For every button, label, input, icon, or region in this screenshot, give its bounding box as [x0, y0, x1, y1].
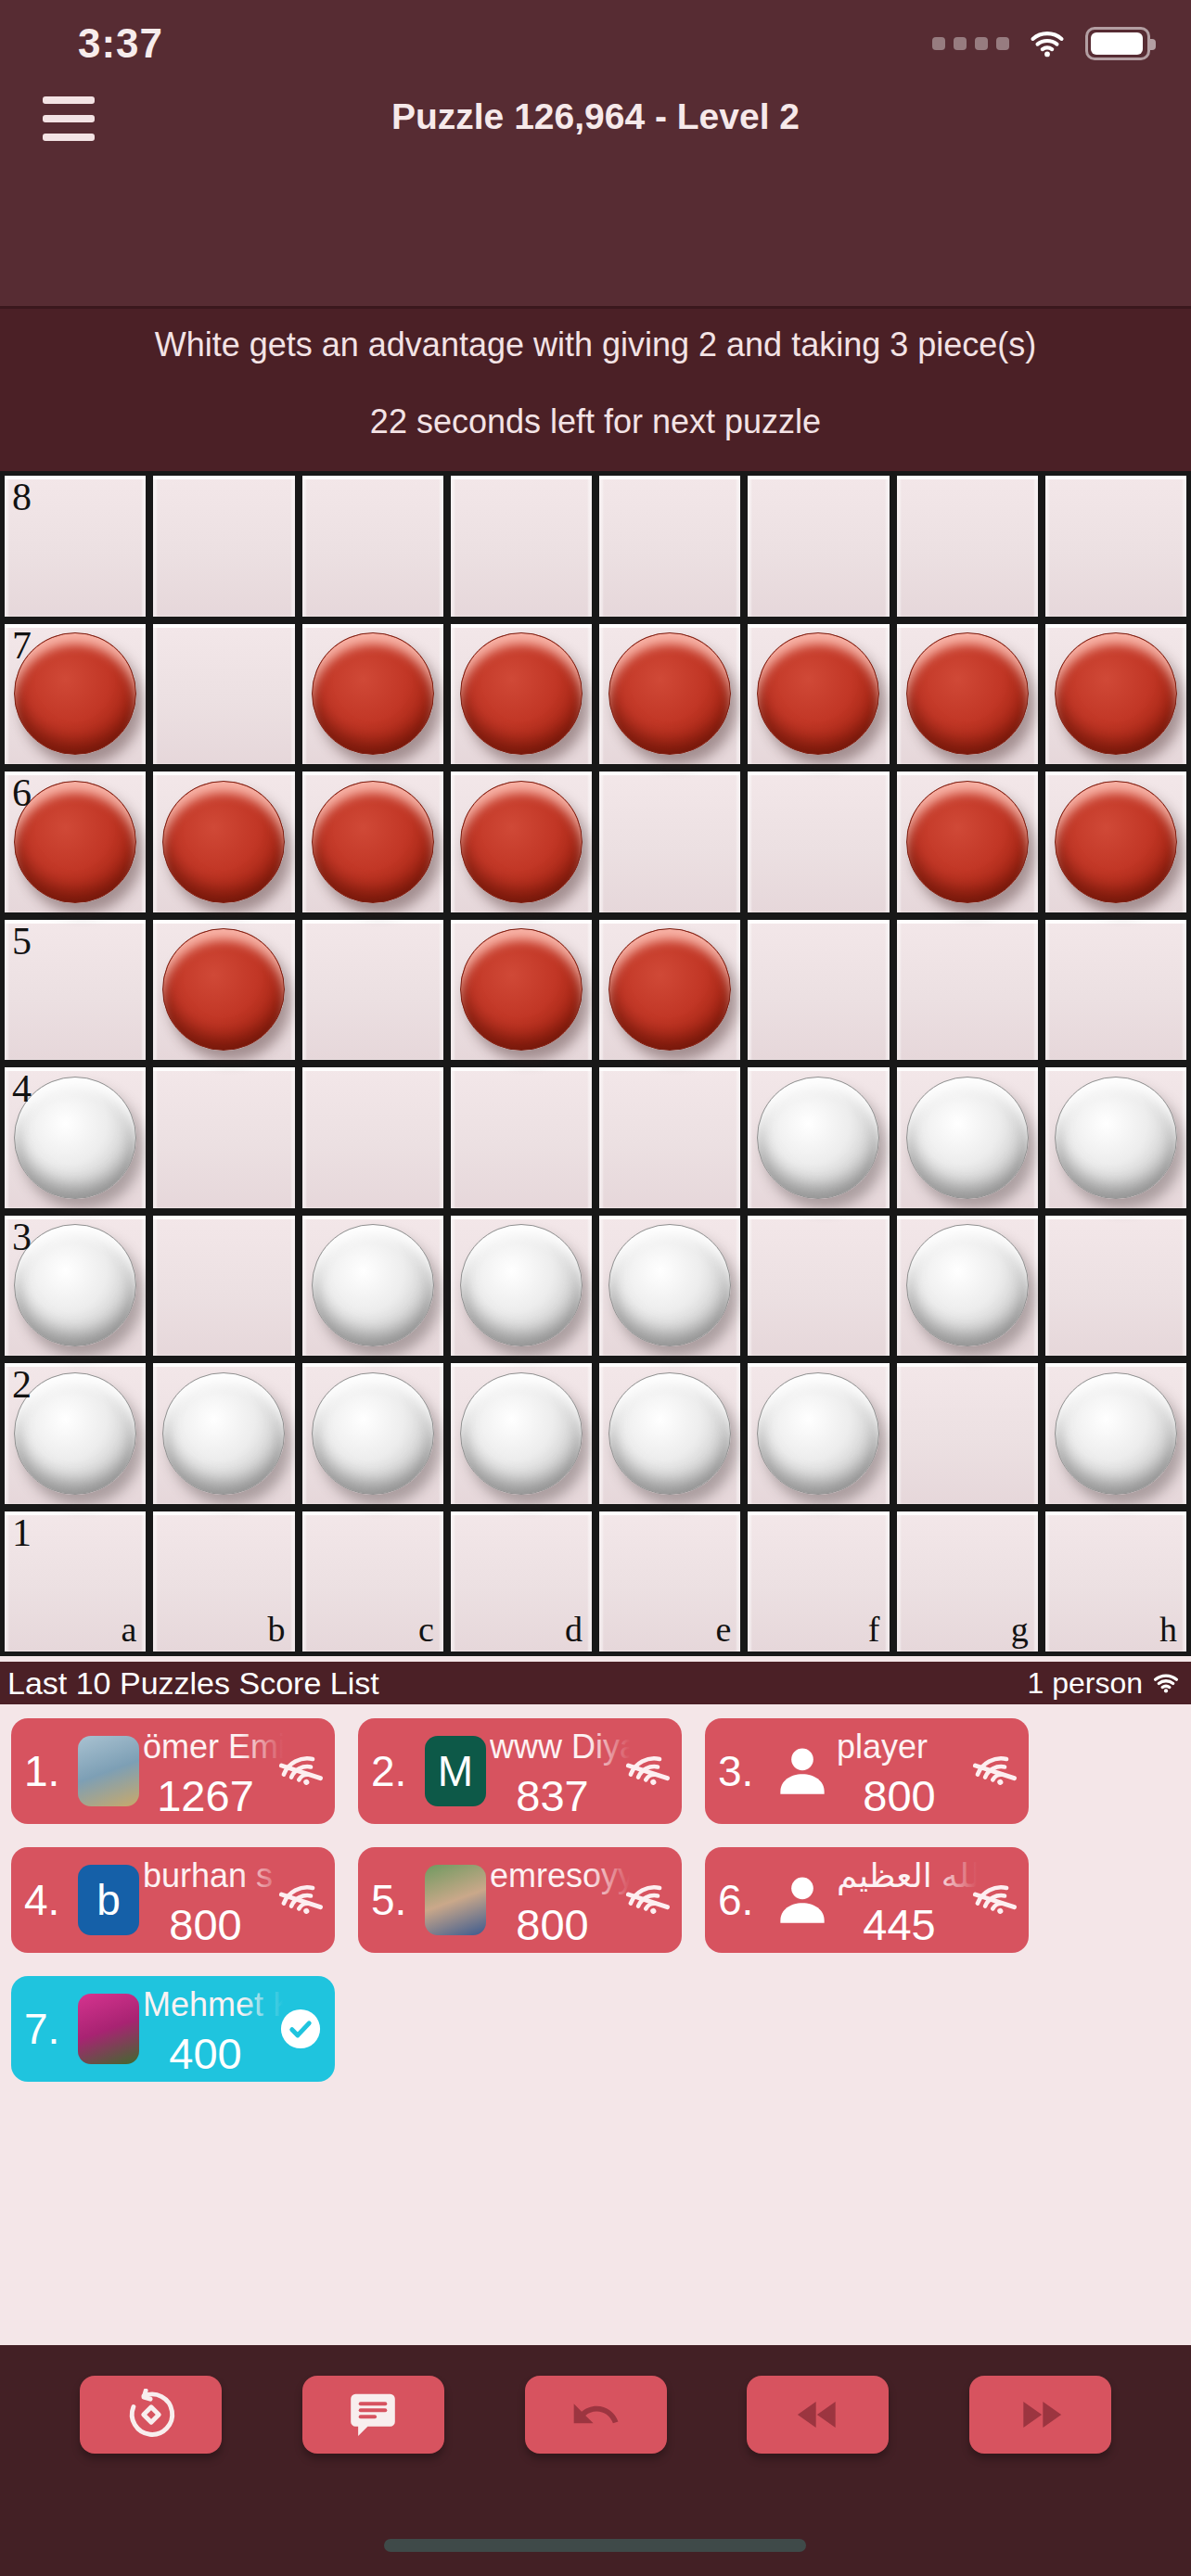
board-cell-g8[interactable]	[897, 476, 1038, 617]
score-card-7[interactable]: 7.Mehmet K400	[11, 1976, 335, 2082]
white-piece-g4[interactable]	[906, 1077, 1029, 1199]
dama-board: 87654321abcdefgh	[0, 471, 1191, 1656]
avatar-people-photo	[425, 1865, 486, 1935]
white-piece-d2[interactable]	[460, 1372, 583, 1495]
rewind-icon	[792, 2389, 844, 2441]
rank-label-5: 5	[12, 920, 32, 963]
board-cell-d8[interactable]	[451, 476, 592, 617]
red-piece-g7[interactable]	[906, 632, 1029, 755]
red-piece-h7[interactable]	[1055, 632, 1177, 755]
score-card-list: 1.ömer Emi12672.Mwww Diya8373.player8004…	[11, 1718, 1041, 2082]
player-score: 400	[143, 2028, 268, 2079]
rank-number: 4.	[24, 1875, 59, 1925]
red-piece-g6[interactable]	[906, 781, 1029, 903]
wifi-off-icon	[626, 1879, 669, 1921]
board-cell-a3[interactable]: 3	[5, 1216, 146, 1357]
board-cell-g6[interactable]	[897, 772, 1038, 912]
file-label-c: c	[418, 1609, 434, 1650]
name-fade	[240, 1985, 283, 2026]
board-cell-g2[interactable]	[897, 1363, 1038, 1504]
file-label-a: a	[121, 1609, 136, 1650]
check-badge-icon	[279, 2008, 322, 2050]
white-piece-c3[interactable]	[312, 1224, 434, 1346]
avatar-letter-glyph: b	[96, 1875, 121, 1925]
page-title: Puzzle 126,964 - Level 2	[0, 96, 1191, 137]
rank-label-7: 7	[12, 624, 32, 667]
board-cell-c3[interactable]	[302, 1216, 443, 1357]
white-piece-e2[interactable]	[608, 1372, 731, 1495]
player-score: 800	[837, 1770, 962, 1821]
board-cell-a2[interactable]: 2	[5, 1363, 146, 1504]
wifi-off-icon	[626, 1750, 669, 1792]
board-cell-b1[interactable]: b	[153, 1511, 294, 1652]
toolbar-buttons	[80, 2376, 1111, 2454]
player-score: 1267	[143, 1770, 268, 1821]
red-piece-c7[interactable]	[312, 632, 434, 755]
board-cell-b3[interactable]	[153, 1216, 294, 1357]
board-cell-f5[interactable]	[748, 920, 889, 1061]
board-cell-g7[interactable]	[897, 624, 1038, 765]
board-cell-g3[interactable]	[897, 1216, 1038, 1357]
status-bar: 3:37	[0, 0, 1191, 83]
white-piece-f4[interactable]	[757, 1077, 879, 1199]
board-cell-h4[interactable]	[1045, 1067, 1186, 1208]
score-card-3[interactable]: 3.player800	[705, 1718, 1029, 1824]
app-header: 3:37 Puzzle 126,964 - Level 2	[0, 0, 1191, 306]
fast-forward-button[interactable]	[969, 2376, 1111, 2454]
board-cell-f7[interactable]	[748, 624, 889, 765]
file-label-e: e	[715, 1609, 731, 1650]
white-piece-e3[interactable]	[608, 1224, 731, 1346]
white-piece-a3[interactable]	[14, 1224, 136, 1346]
wifi-off-icon	[973, 1750, 1016, 1792]
rank-label-2: 2	[12, 1363, 32, 1406]
white-piece-h2[interactable]	[1055, 1372, 1177, 1495]
avatar-bridge-photo	[78, 1736, 139, 1806]
board-cell-f6[interactable]	[748, 772, 889, 912]
rank-label-3: 3	[12, 1216, 32, 1258]
board-cell-e8[interactable]	[599, 476, 740, 617]
player-score: 800	[143, 1899, 268, 1950]
score-card-6[interactable]: 6.الله العظيم445	[705, 1847, 1029, 1953]
restart-icon	[125, 2389, 177, 2441]
home-indicator[interactable]	[384, 2539, 806, 2552]
player-score: 800	[490, 1899, 615, 1950]
board-cell-e2[interactable]	[599, 1363, 740, 1504]
person-icon	[772, 1865, 833, 1935]
board-cell-c2[interactable]	[302, 1363, 443, 1504]
wifi-off-icon	[973, 1879, 1016, 1921]
board-cell-d3[interactable]	[451, 1216, 592, 1357]
board-cell-d6[interactable]	[451, 772, 592, 912]
board-cell-d4[interactable]	[451, 1067, 592, 1208]
board-cell-f4[interactable]	[748, 1067, 889, 1208]
online-wifi-icon	[1150, 1670, 1182, 1696]
player-score: 445	[837, 1899, 962, 1950]
undo-icon	[570, 2389, 621, 2441]
file-label-g: g	[1011, 1609, 1029, 1650]
board-cell-a5[interactable]: 5	[5, 920, 146, 1061]
board-cell-e1[interactable]: e	[599, 1511, 740, 1652]
board-cell-h8[interactable]	[1045, 476, 1186, 617]
score-list-header: Last 10 Puzzles Score List 1 person	[0, 1662, 1191, 1704]
board-cell-b4[interactable]	[153, 1067, 294, 1208]
red-piece-d7[interactable]	[460, 632, 583, 755]
board-cell-f3[interactable]	[748, 1216, 889, 1357]
white-piece-b2[interactable]	[162, 1372, 285, 1495]
board-cell-g1[interactable]: g	[897, 1511, 1038, 1652]
red-piece-d5[interactable]	[460, 928, 583, 1051]
board-cell-b8[interactable]	[153, 476, 294, 617]
bottom-toolbar	[0, 2345, 1191, 2576]
board-cell-e7[interactable]	[599, 624, 740, 765]
board-cell-c8[interactable]	[302, 476, 443, 617]
board-cell-h1[interactable]: h	[1045, 1511, 1186, 1652]
score-card-5[interactable]: 5.emresoyy800	[358, 1847, 682, 1953]
red-piece-a6[interactable]	[14, 781, 136, 903]
board-cell-f8[interactable]	[748, 476, 889, 617]
board-cell-c6[interactable]	[302, 772, 443, 912]
undo-button[interactable]	[525, 2376, 667, 2454]
rewind-button[interactable]	[747, 2376, 889, 2454]
avatar-flowers-photo	[78, 1994, 139, 2064]
rank-label-8: 8	[12, 476, 32, 518]
white-piece-g3[interactable]	[906, 1224, 1029, 1346]
board-cell-a8[interactable]: 8	[5, 476, 146, 617]
board-cell-g4[interactable]	[897, 1067, 1038, 1208]
white-piece-c2[interactable]	[312, 1372, 434, 1495]
white-piece-d3[interactable]	[460, 1224, 583, 1346]
puzzle-message-area: White gets an advantage with giving 2 an…	[0, 306, 1191, 471]
board-cell-b5[interactable]	[153, 920, 294, 1061]
white-piece-a2[interactable]	[14, 1372, 136, 1495]
rank-number: 7.	[24, 2004, 59, 2054]
board-cell-e4[interactable]	[599, 1067, 740, 1208]
board-cell-g5[interactable]	[897, 920, 1038, 1061]
next-puzzle-countdown: 22 seconds left for next puzzle	[0, 402, 1191, 441]
wifi-off-icon	[279, 1750, 322, 1792]
red-piece-e7[interactable]	[608, 632, 731, 755]
file-label-b: b	[268, 1609, 286, 1650]
board-cell-d5[interactable]	[451, 920, 592, 1061]
red-piece-a7[interactable]	[14, 632, 136, 755]
online-count: 1 person	[1027, 1666, 1182, 1701]
online-count-label: 1 person	[1027, 1666, 1143, 1701]
board-cell-f1[interactable]: f	[748, 1511, 889, 1652]
board-cell-a7[interactable]: 7	[5, 624, 146, 765]
cellular-signal-icon	[932, 37, 1009, 50]
board-cell-c4[interactable]	[302, 1067, 443, 1208]
board-cell-e5[interactable]	[599, 920, 740, 1061]
red-piece-f7[interactable]	[757, 632, 879, 755]
red-piece-c6[interactable]	[312, 781, 434, 903]
wifi-off-icon	[279, 1879, 322, 1921]
rank-number: 6.	[718, 1875, 753, 1925]
red-piece-b5[interactable]	[162, 928, 285, 1051]
chat-button[interactable]	[302, 2376, 444, 2454]
board-cell-e6[interactable]	[599, 772, 740, 912]
board-cell-b7[interactable]	[153, 624, 294, 765]
rank-number: 1.	[24, 1746, 59, 1796]
board-cell-c7[interactable]	[302, 624, 443, 765]
file-label-h: h	[1159, 1609, 1177, 1650]
board-cell-h3[interactable]	[1045, 1216, 1186, 1357]
score-card-2[interactable]: 2.Mwww Diya837	[358, 1718, 682, 1824]
score-list-title: Last 10 Puzzles Score List	[7, 1665, 379, 1702]
board-cell-d1[interactable]: d	[451, 1511, 592, 1652]
puzzle-goal-text: White gets an advantage with giving 2 an…	[0, 325, 1191, 364]
red-piece-d6[interactable]	[460, 781, 583, 903]
board-cell-a4[interactable]: 4	[5, 1067, 146, 1208]
rank-number: 3.	[718, 1746, 753, 1796]
person-icon	[772, 1736, 833, 1806]
white-piece-h4[interactable]	[1055, 1077, 1177, 1199]
board-cell-e3[interactable]	[599, 1216, 740, 1357]
battery-icon	[1085, 27, 1150, 60]
score-card-1[interactable]: 1.ömer Emi1267	[11, 1718, 335, 1824]
player-score: 837	[490, 1770, 615, 1821]
avatar-letter-glyph: M	[438, 1746, 473, 1796]
board-cell-d2[interactable]	[451, 1363, 592, 1504]
board-cell-c5[interactable]	[302, 920, 443, 1061]
rank-label-1: 1	[12, 1511, 32, 1554]
chat-icon	[347, 2389, 399, 2441]
avatar-letter: M	[425, 1736, 486, 1806]
board-cell-h6[interactable]	[1045, 772, 1186, 912]
wifi-icon	[1026, 26, 1069, 61]
board-cell-h7[interactable]	[1045, 624, 1186, 765]
red-piece-e5[interactable]	[608, 928, 731, 1051]
rank-label-4: 4	[12, 1067, 32, 1110]
rank-label-6: 6	[12, 772, 32, 814]
board-cell-h5[interactable]	[1045, 920, 1186, 1061]
clock: 3:37	[78, 20, 163, 67]
restart-button[interactable]	[80, 2376, 222, 2454]
board-cell-f2[interactable]	[748, 1363, 889, 1504]
fast-forward-icon	[1015, 2389, 1067, 2441]
board-cell-b2[interactable]	[153, 1363, 294, 1504]
board-cell-d7[interactable]	[451, 624, 592, 765]
red-piece-h6[interactable]	[1055, 781, 1177, 903]
board-cell-a6[interactable]: 6	[5, 772, 146, 912]
board-cell-a1[interactable]: 1a	[5, 1511, 146, 1652]
score-card-4[interactable]: 4.bburhan s800	[11, 1847, 335, 1953]
board-cell-b6[interactable]	[153, 772, 294, 912]
white-piece-a4[interactable]	[14, 1077, 136, 1199]
rank-number: 5.	[371, 1875, 406, 1925]
red-piece-b6[interactable]	[162, 781, 285, 903]
board-cell-h2[interactable]	[1045, 1363, 1186, 1504]
file-label-d: d	[565, 1609, 583, 1650]
file-label-f: f	[868, 1609, 880, 1650]
avatar-letter: b	[78, 1865, 139, 1935]
board-cell-c1[interactable]: c	[302, 1511, 443, 1652]
rank-number: 2.	[371, 1746, 406, 1796]
white-piece-f2[interactable]	[757, 1372, 879, 1495]
